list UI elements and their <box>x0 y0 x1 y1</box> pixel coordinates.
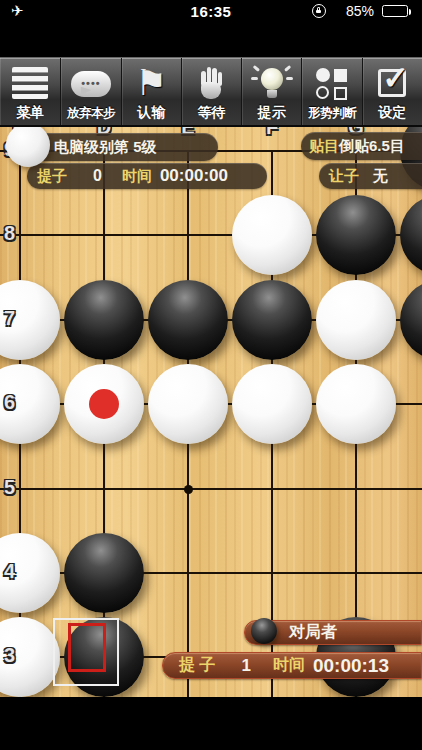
settings-button-label: 设定 <box>378 104 406 122</box>
stone-cursor-inner <box>68 623 106 672</box>
stone-white <box>316 280 396 360</box>
grid-line-horizontal <box>0 488 422 490</box>
star-point <box>184 485 193 494</box>
stone-white <box>232 364 312 444</box>
white-stone-avatar <box>6 127 50 167</box>
white-captures-value: 0 <box>93 167 102 185</box>
coord-label-row: 4 <box>1 560 18 583</box>
handicap-bar: 让子 无 <box>319 163 422 189</box>
komi-bar: 贴目 倒贴6.5目 <box>301 132 422 160</box>
handicap-label: 让子 <box>329 167 359 186</box>
pass-move-button[interactable]: •••• 放弃本步 <box>60 58 120 125</box>
menu-lines-icon <box>12 62 48 104</box>
hand-icon <box>198 62 224 104</box>
komi-label: 贴目 <box>309 137 339 156</box>
black-captures-label: 提 子 <box>179 655 215 676</box>
stone-white <box>232 195 312 275</box>
coord-label-row: 8 <box>1 222 18 245</box>
hint-button-label: 提示 <box>258 104 286 122</box>
go-app-screen: ✈ 16:35 85% 菜单 •••• 放弃本步 ⚑ 认输 等待 <box>0 0 422 750</box>
coord-label-column: F <box>262 127 282 139</box>
stone-black <box>232 280 312 360</box>
stone-white <box>316 364 396 444</box>
resign-button-label: 认输 <box>137 104 165 122</box>
stone-black <box>64 280 144 360</box>
go-board[interactable]: 电脑级别第 5级 贴目 倒贴6.5目 提子 0 时间 00:00:00 让子 无… <box>0 127 422 697</box>
flag-icon: ⚑ <box>135 62 167 104</box>
hint-button[interactable]: 提示 <box>241 58 301 125</box>
black-captures-bar: 提 子 1 时间 00:00:13 <box>162 652 422 679</box>
komi-value: 倒贴6.5目 <box>339 137 405 156</box>
battery-percent: 85% <box>346 3 374 19</box>
black-player-name: 对局者 <box>289 622 337 643</box>
coord-label-row: 3 <box>1 644 18 667</box>
menu-button[interactable]: 菜单 <box>0 58 60 125</box>
stone-black <box>400 280 422 360</box>
pass-move-button-label: 放弃本步 <box>67 105 115 122</box>
black-time-value: 00:00:13 <box>313 655 389 677</box>
white-captures-bar: 提子 0 时间 00:00:00 <box>27 163 267 189</box>
stone-black <box>148 280 228 360</box>
white-time-value: 00:00:00 <box>160 166 228 186</box>
orientation-lock-icon <box>312 4 326 18</box>
handicap-value: 无 <box>373 167 388 186</box>
menu-button-label: 菜单 <box>16 104 44 122</box>
last-move-marker <box>89 389 119 419</box>
bottom-letterbox <box>0 697 422 750</box>
position-judge-button-label: 形势判断 <box>308 105 356 122</box>
shapes-icon <box>316 63 349 105</box>
coord-label-row: 6 <box>1 391 18 414</box>
coord-label-row: 7 <box>1 307 18 330</box>
white-captures-label: 提子 <box>37 167 67 186</box>
black-stone-avatar <box>251 618 277 644</box>
black-time-label: 时间 <box>273 655 305 676</box>
position-judge-button[interactable]: 形势判断 <box>301 58 361 125</box>
wait-button-label: 等待 <box>197 104 225 122</box>
stone-white <box>64 364 144 444</box>
white-time-label: 时间 <box>122 167 152 186</box>
battery-icon <box>382 5 408 17</box>
speech-bubble-icon: •••• <box>71 63 111 105</box>
stone-black <box>64 533 144 613</box>
black-captures-value: 1 <box>241 656 250 676</box>
stone-black <box>400 195 422 275</box>
resign-button[interactable]: ⚑ 认输 <box>121 58 181 125</box>
status-bar: ✈ 16:35 85% <box>0 0 422 22</box>
stone-white <box>148 364 228 444</box>
lightbulb-icon <box>252 62 292 104</box>
settings-button[interactable]: ✓ 设定 <box>362 58 422 125</box>
stone-black <box>316 195 396 275</box>
white-player-name: 电脑级别第 5级 <box>54 138 157 157</box>
toolbar: 菜单 •••• 放弃本步 ⚑ 认输 等待 提示 形势判断 <box>0 57 422 127</box>
checkbox-icon: ✓ <box>378 62 406 104</box>
wait-button[interactable]: 等待 <box>181 58 241 125</box>
coord-label-row: 5 <box>1 476 18 499</box>
